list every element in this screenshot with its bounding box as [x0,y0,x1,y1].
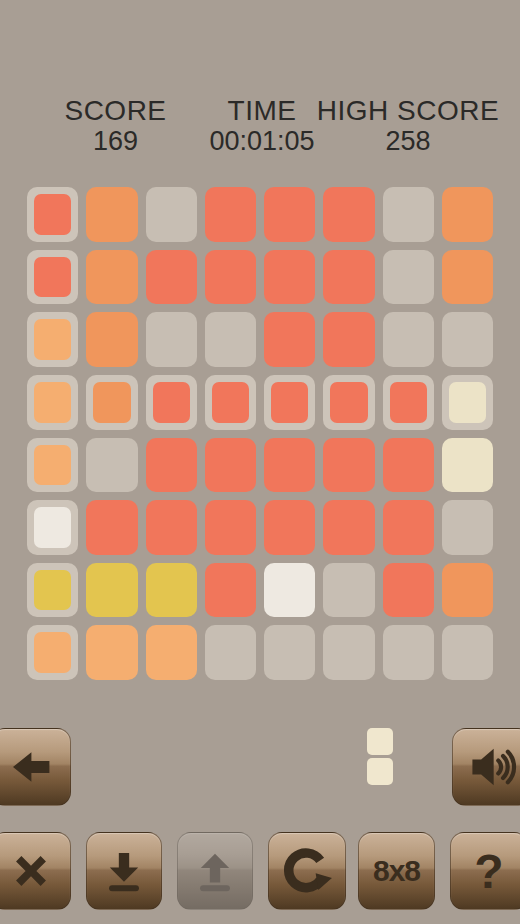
board-cell[interactable] [442,625,493,680]
close-button[interactable] [0,832,71,910]
game-screen: SCORE 169 TIME 00:01:05 HIGH SCORE 258 [0,0,520,924]
board-cell[interactable] [383,250,434,305]
board-cell[interactable] [86,375,137,430]
board-cell[interactable] [27,250,78,305]
small-tile [390,382,427,423]
board-cell[interactable] [27,375,78,430]
restart-button[interactable] [268,832,346,910]
board-cell[interactable] [205,563,256,618]
board-cell[interactable] [264,438,315,493]
download-icon [101,848,147,894]
board-cell[interactable] [146,250,197,305]
board-cell[interactable] [146,438,197,493]
board-cell[interactable] [205,250,256,305]
small-tile [34,257,71,298]
board-cell[interactable] [205,375,256,430]
board-cell[interactable] [442,187,493,242]
board [27,187,493,680]
small-tile [34,445,71,486]
board-cell[interactable] [86,500,137,555]
help-label: ? [474,844,503,899]
board-cell[interactable] [323,250,374,305]
small-tile [449,382,486,423]
board-cell[interactable] [27,438,78,493]
board-cell[interactable] [442,312,493,367]
high-score-value: 258 [316,126,500,156]
board-cell[interactable] [442,438,493,493]
small-tile [93,382,130,423]
board-cell[interactable] [86,625,137,680]
small-tile [212,382,249,423]
board-cell[interactable] [146,375,197,430]
board-cell[interactable] [86,187,137,242]
small-tile [34,319,71,360]
board-cell[interactable] [383,312,434,367]
board-cell[interactable] [86,312,137,367]
high-score-label: HIGH SCORE [316,96,500,126]
board-cell[interactable] [205,187,256,242]
board-cell[interactable] [264,563,315,618]
board-cell[interactable] [86,250,137,305]
board-cell[interactable] [383,563,434,618]
board-cell[interactable] [323,438,374,493]
load-button[interactable] [177,832,253,910]
small-tile [34,632,71,673]
board-cell[interactable] [146,625,197,680]
help-button[interactable]: ? [450,832,520,910]
small-tile [153,382,190,423]
back-arrow-icon [7,743,55,791]
upload-icon [192,848,238,894]
board-cell[interactable] [264,250,315,305]
board-cell[interactable] [205,438,256,493]
restart-icon [281,845,333,897]
small-tile [34,570,71,611]
score-label: SCORE [28,96,203,126]
board-cell[interactable] [27,625,78,680]
sound-button[interactable] [452,728,520,806]
board-cell[interactable] [205,312,256,367]
board-cell[interactable] [383,375,434,430]
board-cell[interactable] [205,625,256,680]
small-tile [34,194,71,235]
board-cell[interactable] [383,625,434,680]
board-cell[interactable] [323,375,374,430]
board-cell[interactable] [264,312,315,367]
board-cell[interactable] [86,438,137,493]
back-button[interactable] [0,728,71,806]
board-cell[interactable] [264,375,315,430]
board-cell[interactable] [264,187,315,242]
board-cell[interactable] [323,563,374,618]
board-cell[interactable] [383,187,434,242]
board-cell[interactable] [146,312,197,367]
save-button[interactable] [86,832,162,910]
board-cell[interactable] [146,187,197,242]
high-score-block: HIGH SCORE 258 [316,96,500,156]
board-cell[interactable] [146,500,197,555]
board-cell[interactable] [383,438,434,493]
board-cell[interactable] [27,563,78,618]
next-piece-tile [367,728,393,755]
board-cell[interactable] [264,625,315,680]
board-cell[interactable] [442,250,493,305]
board-cell[interactable] [27,187,78,242]
small-tile [271,382,308,423]
speaker-icon [467,742,517,792]
board-cell[interactable] [27,500,78,555]
board-cell[interactable] [146,563,197,618]
board-cell[interactable] [205,500,256,555]
small-tile [34,507,71,548]
board-cell[interactable] [27,312,78,367]
board-cell[interactable] [264,500,315,555]
board-cell[interactable] [442,563,493,618]
board-cell[interactable] [442,500,493,555]
close-icon [8,848,54,894]
grid-size-button[interactable]: 8x8 [358,832,435,910]
board-cell[interactable] [323,625,374,680]
score-block: SCORE 169 [28,96,203,156]
small-tile [34,382,71,423]
board-cell[interactable] [323,500,374,555]
board-cell[interactable] [86,563,137,618]
board-cell[interactable] [442,375,493,430]
board-cell[interactable] [323,187,374,242]
board-cell[interactable] [323,312,374,367]
score-value: 169 [28,126,203,156]
next-piece-tile [367,758,393,785]
grid-size-label: 8x8 [373,854,420,888]
board-cell[interactable] [383,500,434,555]
small-tile [330,382,367,423]
